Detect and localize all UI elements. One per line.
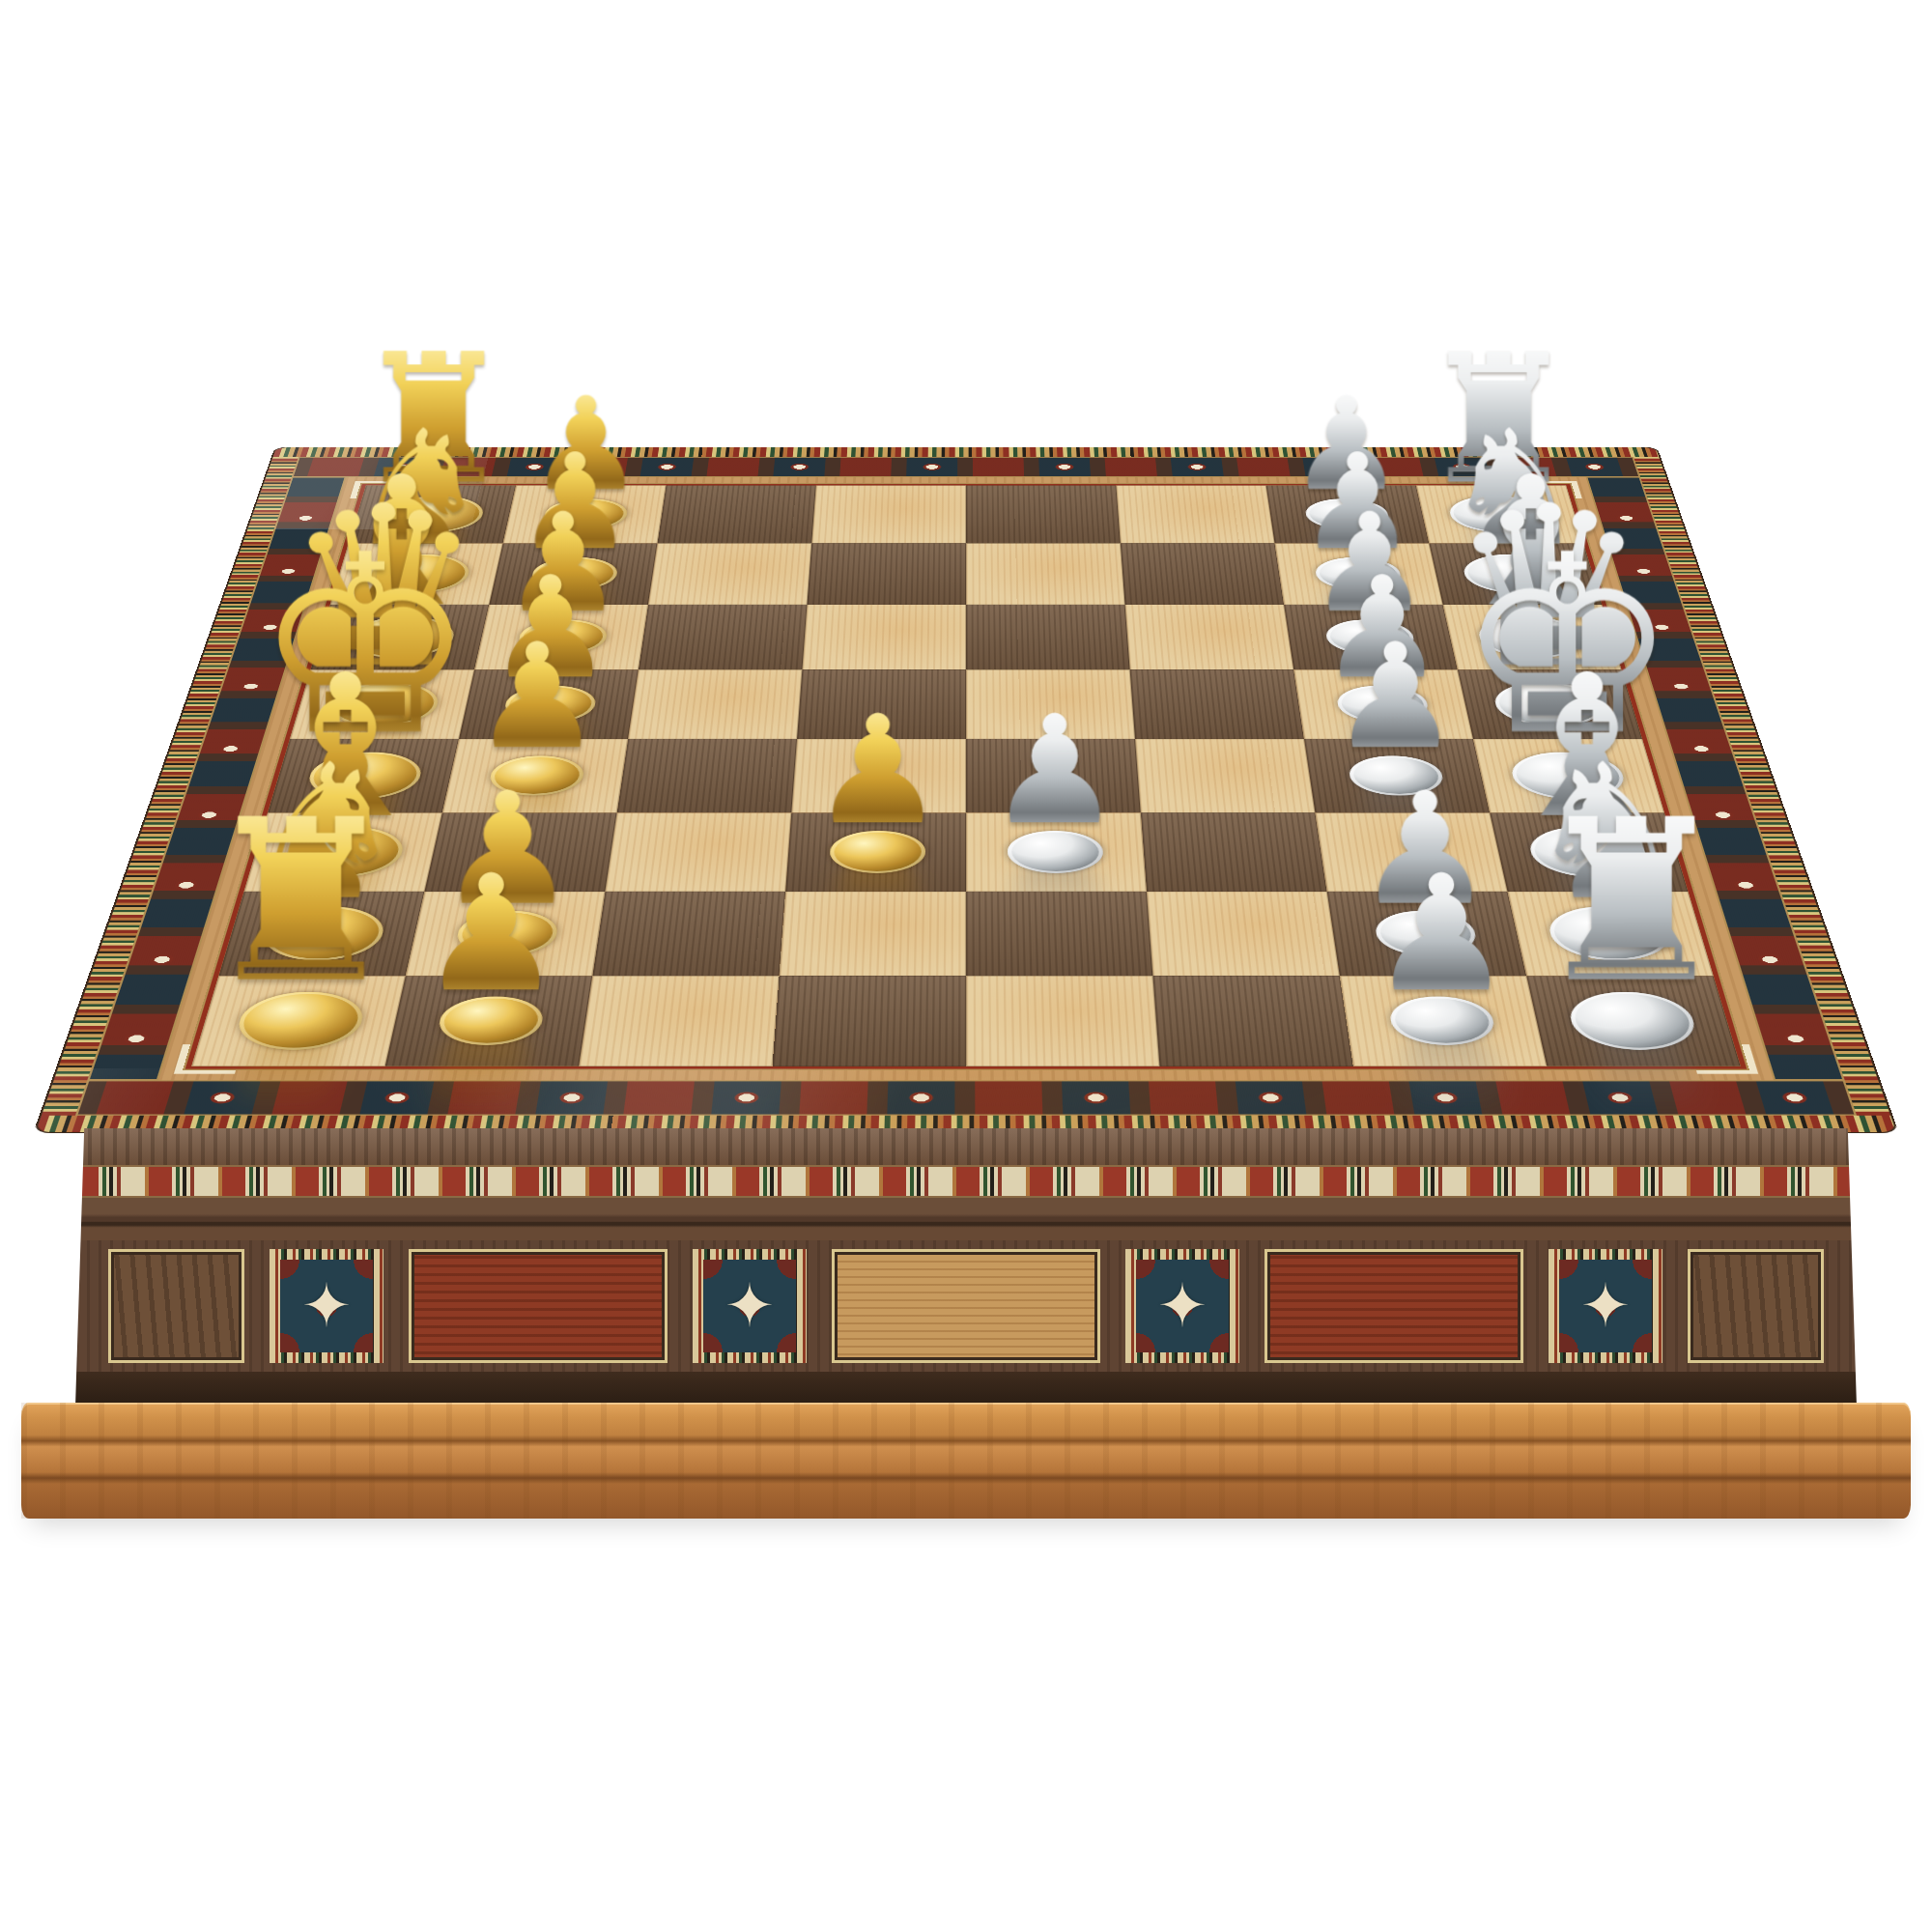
star-mosaic-icon: ✦ (1559, 1260, 1652, 1352)
eight-point-star-icon: ✦ (301, 1276, 352, 1336)
square-g3[interactable] (592, 892, 785, 976)
square-f4[interactable]: ♟ (785, 812, 966, 892)
rook-glyph: ♜ (1531, 790, 1732, 1014)
front-panel-red-6 (1264, 1249, 1523, 1363)
front-panel-walnut-8 (1688, 1249, 1824, 1363)
square-e6[interactable] (1135, 739, 1315, 812)
square-h8[interactable]: ♜ (1526, 976, 1741, 1066)
square-h2[interactable]: ♟ (385, 976, 592, 1066)
square-e3[interactable] (617, 739, 797, 812)
box-front-face: ✦✦✦✦ (75, 1128, 1857, 1406)
pawn-glyph: ♟ (418, 853, 562, 1013)
front-panel-star-7: ✦ (1548, 1249, 1662, 1363)
star-mosaic-icon: ✦ (703, 1260, 796, 1352)
eight-point-star-icon: ✦ (1580, 1276, 1631, 1336)
pawn-glyph: ♟ (1370, 853, 1514, 1013)
mosaic-border-front (75, 1080, 1857, 1115)
square-f5[interactable]: ♟ (966, 812, 1147, 892)
square-a6[interactable] (1116, 485, 1274, 543)
chessboard-top: ♜♟♟♜♞♟♟♞♝♟♟♝♛♟♟♛♚♟♟♚♝♟♟♝♞♟♟♞♜♟♟♜ (36, 447, 1896, 1132)
eight-point-star-icon: ✦ (1157, 1276, 1207, 1336)
eight-point-star-icon: ✦ (724, 1276, 775, 1336)
square-d6[interactable] (1130, 669, 1304, 739)
square-h7[interactable]: ♟ (1340, 976, 1547, 1066)
lid-edge-wood (75, 1128, 1857, 1165)
square-d3[interactable] (628, 669, 802, 739)
front-panel-band: ✦✦✦✦ (75, 1240, 1857, 1372)
base-plinth (21, 1403, 1911, 1519)
square-b5[interactable] (966, 543, 1125, 605)
square-b3[interactable] (648, 543, 811, 605)
square-g6[interactable] (1147, 892, 1340, 976)
star-mosaic-icon: ✦ (280, 1260, 373, 1352)
lid-inlay-band (75, 1165, 1857, 1198)
front-panel-star-3: ✦ (693, 1249, 807, 1363)
pawn-glyph: ♟ (987, 696, 1122, 845)
rook-glyph: ♜ (200, 790, 401, 1014)
front-panel-walnut-0 (108, 1249, 244, 1363)
pawn-glyph: ♟ (810, 696, 944, 845)
front-panel-red-2 (409, 1249, 668, 1363)
square-h1[interactable]: ♜ (191, 976, 406, 1066)
lid-box-seam (75, 1198, 1857, 1240)
playing-area: ♜♟♟♜♞♟♟♞♝♟♟♝♛♟♟♛♚♟♟♚♝♟♟♝♞♟♟♞♜♟♟♜ (191, 485, 1740, 1065)
pawn-glyph: ♟ (1330, 624, 1461, 769)
square-h6[interactable] (1152, 976, 1352, 1066)
front-panel-star-1: ✦ (270, 1249, 384, 1363)
square-a4[interactable] (811, 485, 966, 543)
square-h4[interactable] (773, 976, 966, 1066)
square-a5[interactable] (966, 485, 1121, 543)
front-panel-star-5: ✦ (1125, 1249, 1239, 1363)
square-f3[interactable] (605, 812, 791, 892)
square-b6[interactable] (1121, 543, 1284, 605)
pawn-glyph: ♟ (471, 624, 602, 769)
square-b4[interactable] (807, 543, 966, 605)
front-panel-oak-4 (832, 1249, 1100, 1363)
square-h3[interactable] (579, 976, 779, 1066)
star-mosaic-icon: ✦ (1136, 1260, 1229, 1352)
square-g4[interactable] (780, 892, 966, 976)
square-h5[interactable] (966, 976, 1159, 1066)
square-f6[interactable] (1141, 812, 1327, 892)
box-bottom-shadow (75, 1372, 1857, 1406)
square-a3[interactable] (657, 485, 815, 543)
square-g5[interactable] (966, 892, 1152, 976)
product-photo-scene: ♜♟♟♜♞♟♟♞♝♟♟♝♛♟♟♛♚♟♟♚♝♟♟♝♞♟♟♞♜♟♟♜ ✦✦✦✦ (0, 0, 1932, 1932)
